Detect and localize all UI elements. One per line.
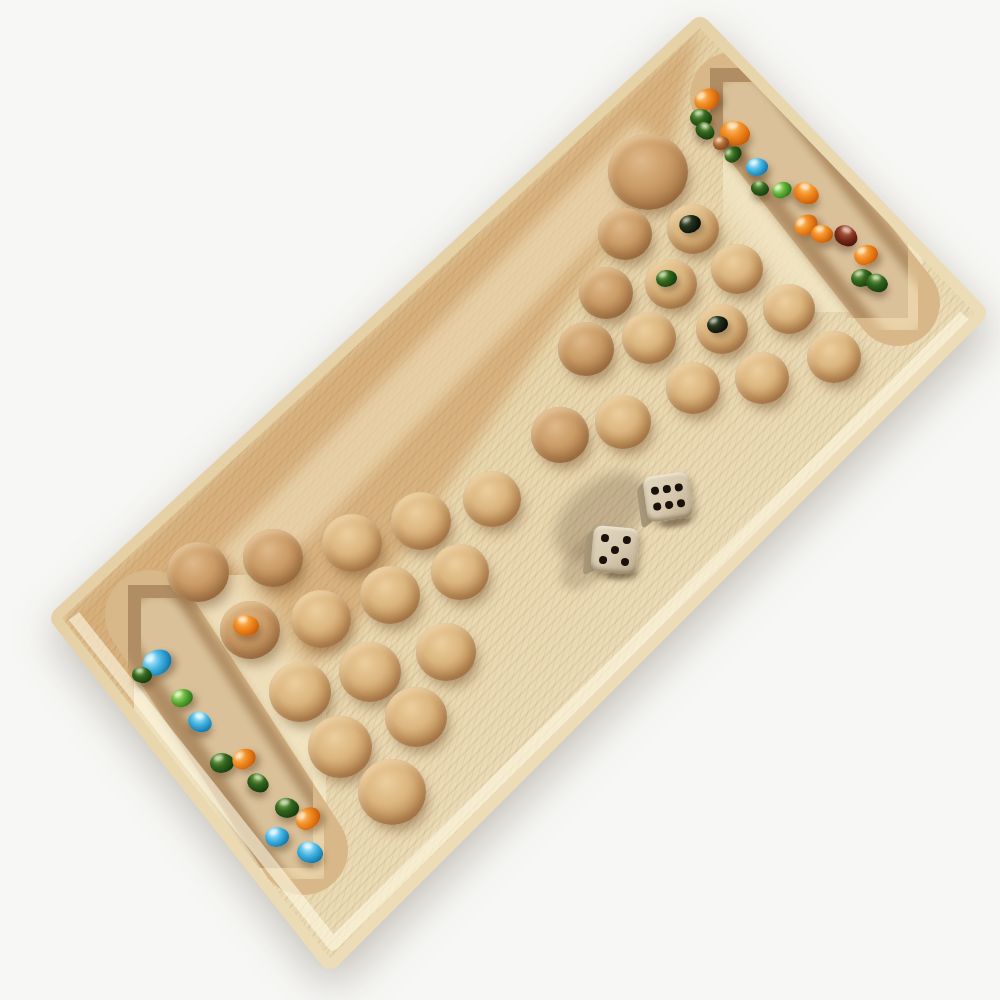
pit-L13[interactable] [308,716,372,777]
die-pip [653,502,662,511]
die-pip [623,536,632,545]
pit-U1[interactable] [608,134,688,211]
gem-blue-store-bottom[interactable] [265,827,289,847]
pit-U4[interactable] [579,267,633,319]
pit-U6[interactable] [711,244,763,294]
pit-L5[interactable] [463,471,521,527]
pit-U10[interactable] [763,284,815,334]
pit-U7[interactable] [558,322,614,376]
pit-U2[interactable] [598,208,652,260]
board-photo [0,0,1000,1000]
pit-U15[interactable] [807,331,861,383]
die-pip [611,546,620,555]
pit-L7[interactable] [291,590,351,648]
pit-U8[interactable] [622,312,676,364]
die-pip [662,485,671,494]
pit-L9[interactable] [431,544,489,600]
die-six[interactable] [642,471,694,523]
die-pip [650,486,659,495]
pit-U14[interactable] [735,352,789,404]
die-top-face [590,525,640,575]
die-five[interactable] [590,525,640,575]
die-pip [599,556,608,565]
die-pip [665,500,674,509]
pit-U12[interactable] [595,395,651,449]
pit-U13[interactable] [666,362,720,414]
gem-dark-green-store-bottom[interactable] [210,753,234,773]
pit-L14[interactable] [385,687,447,747]
pit-L2[interactable] [243,529,303,587]
pit-L11[interactable] [339,642,401,702]
die-pip [674,483,683,492]
pit-U11[interactable] [531,407,589,463]
pit-L1[interactable] [167,542,229,602]
pit-L10[interactable] [269,662,331,722]
pit-L12[interactable] [416,623,476,681]
pit-L15[interactable] [358,759,426,824]
die-top-face [642,471,694,523]
pit-L4[interactable] [391,492,451,550]
die-pip [621,558,630,567]
pit-L8[interactable] [360,566,420,624]
pit-L3[interactable] [322,514,382,572]
die-pip [676,499,685,508]
die-pip [601,534,610,543]
